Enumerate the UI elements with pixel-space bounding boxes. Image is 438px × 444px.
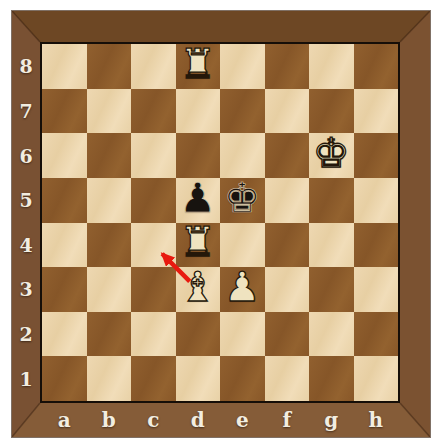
white-bishop[interactable]: ♝ [179, 267, 216, 308]
square-h5[interactable] [354, 178, 399, 223]
square-a5[interactable] [42, 178, 87, 223]
square-h7[interactable] [354, 89, 399, 134]
square-c5[interactable] [131, 178, 176, 223]
file-label-e: e [220, 403, 265, 437]
square-f3[interactable] [265, 267, 310, 312]
square-c1[interactable] [131, 356, 176, 401]
square-d7[interactable] [176, 89, 221, 134]
square-c6[interactable] [131, 133, 176, 178]
file-label-g: g [309, 403, 354, 437]
rank-label-2: 2 [12, 312, 40, 357]
rank-label-1: 1 [12, 356, 40, 401]
rank-label-4: 4 [12, 223, 40, 268]
square-b6[interactable] [87, 133, 132, 178]
file-label-d: d [176, 403, 221, 437]
square-g5[interactable] [309, 178, 354, 223]
square-c7[interactable] [131, 89, 176, 134]
rank-label-5: 5 [12, 178, 40, 223]
square-e1[interactable] [220, 356, 265, 401]
square-b4[interactable] [87, 223, 132, 268]
square-f2[interactable] [265, 312, 310, 357]
square-g4[interactable] [309, 223, 354, 268]
square-g7[interactable] [309, 89, 354, 134]
file-label-f: f [265, 403, 310, 437]
square-b1[interactable] [87, 356, 132, 401]
square-d6[interactable] [176, 133, 221, 178]
square-c2[interactable] [131, 312, 176, 357]
square-g6[interactable]: ♚ [309, 133, 354, 178]
square-b7[interactable] [87, 89, 132, 134]
page-background: ♜♚♟♚♜♝♟ 87654321abcdefgh [0, 0, 438, 444]
square-h1[interactable] [354, 356, 399, 401]
square-d5[interactable]: ♟ [176, 178, 221, 223]
square-e2[interactable] [220, 312, 265, 357]
black-king[interactable]: ♚ [224, 178, 261, 219]
square-h8[interactable] [354, 44, 399, 89]
square-f4[interactable] [265, 223, 310, 268]
square-e3[interactable]: ♟ [220, 267, 265, 312]
square-f7[interactable] [265, 89, 310, 134]
square-b2[interactable] [87, 312, 132, 357]
square-d3[interactable]: ♝ [176, 267, 221, 312]
square-d8[interactable]: ♜ [176, 44, 221, 89]
square-b8[interactable] [87, 44, 132, 89]
square-a6[interactable] [42, 133, 87, 178]
square-b5[interactable] [87, 178, 132, 223]
rank-label-6: 6 [12, 133, 40, 178]
square-f5[interactable] [265, 178, 310, 223]
file-label-c: c [131, 403, 176, 437]
square-c4[interactable] [131, 223, 176, 268]
square-g8[interactable] [309, 44, 354, 89]
white-pawn[interactable]: ♟ [224, 267, 261, 308]
square-h2[interactable] [354, 312, 399, 357]
square-g3[interactable] [309, 267, 354, 312]
rank-label-7: 7 [12, 89, 40, 134]
square-a8[interactable] [42, 44, 87, 89]
square-a4[interactable] [42, 223, 87, 268]
file-label-b: b [87, 403, 132, 437]
black-pawn[interactable]: ♟ [179, 178, 216, 219]
white-rook[interactable]: ♜ [179, 44, 216, 85]
square-g2[interactable] [309, 312, 354, 357]
square-h4[interactable] [354, 223, 399, 268]
rank-label-3: 3 [12, 267, 40, 312]
square-e6[interactable] [220, 133, 265, 178]
square-e7[interactable] [220, 89, 265, 134]
square-d4[interactable]: ♜ [176, 223, 221, 268]
square-e5[interactable]: ♚ [220, 178, 265, 223]
square-f6[interactable] [265, 133, 310, 178]
square-e8[interactable] [220, 44, 265, 89]
square-c3[interactable] [131, 267, 176, 312]
square-f1[interactable] [265, 356, 310, 401]
rank-label-8: 8 [12, 44, 40, 89]
file-label-a: a [42, 403, 87, 437]
square-c8[interactable] [131, 44, 176, 89]
chess-board-frame: ♜♚♟♚♜♝♟ 87654321abcdefgh [12, 11, 430, 437]
white-rook[interactable]: ♜ [179, 222, 216, 263]
square-h6[interactable] [354, 133, 399, 178]
file-label-h: h [354, 403, 399, 437]
square-d1[interactable] [176, 356, 221, 401]
square-e4[interactable] [220, 223, 265, 268]
square-a1[interactable] [42, 356, 87, 401]
square-f8[interactable] [265, 44, 310, 89]
square-g1[interactable] [309, 356, 354, 401]
square-h3[interactable] [354, 267, 399, 312]
square-a2[interactable] [42, 312, 87, 357]
square-a3[interactable] [42, 267, 87, 312]
square-d2[interactable] [176, 312, 221, 357]
square-b3[interactable] [87, 267, 132, 312]
chess-board[interactable]: ♜♚♟♚♜♝♟ [40, 42, 400, 403]
white-king[interactable]: ♚ [313, 133, 350, 174]
square-a7[interactable] [42, 89, 87, 134]
